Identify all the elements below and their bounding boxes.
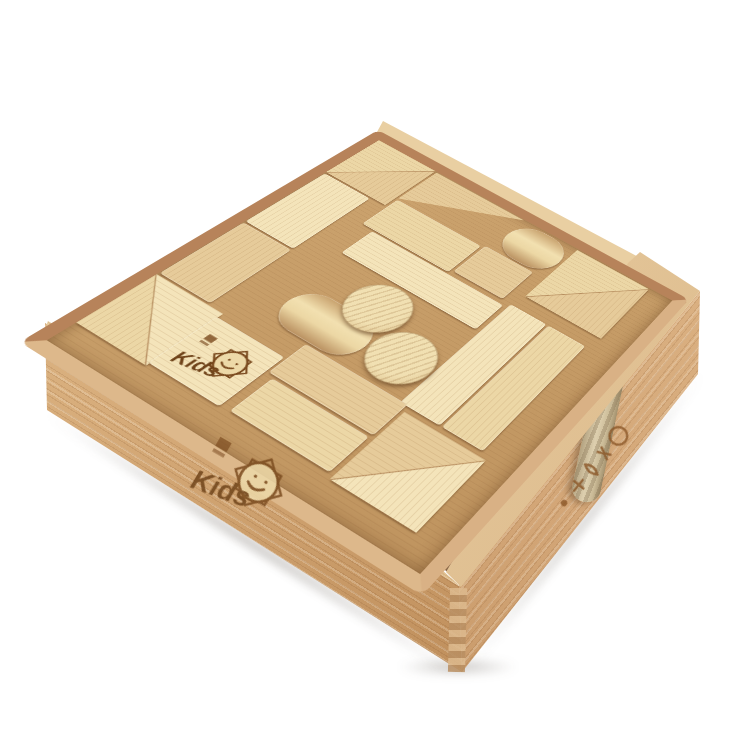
burn-mark <box>583 462 599 476</box>
burn-mark <box>569 476 587 494</box>
burn-mark <box>561 500 567 506</box>
product-photo-wooden-blocks-box: Kids Kids <box>0 0 755 755</box>
burn-mark <box>606 423 631 448</box>
kanji-mark <box>204 334 218 343</box>
burn-mark <box>598 447 611 459</box>
kanji-mark <box>215 437 231 452</box>
dovetail-joint-corner <box>448 588 467 672</box>
